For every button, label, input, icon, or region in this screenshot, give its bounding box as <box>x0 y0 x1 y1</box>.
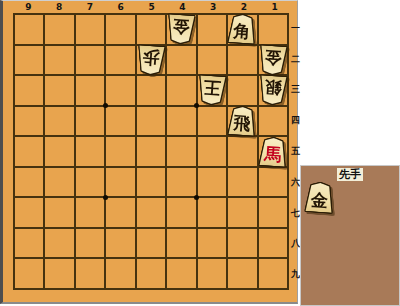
piece-face: 飛 <box>228 106 256 136</box>
piece-glyph: 角 <box>233 23 251 41</box>
rank-label: 七 <box>291 198 300 229</box>
board-cell[interactable] <box>15 137 43 166</box>
board-cell[interactable] <box>228 46 256 75</box>
piece-face: 金 <box>259 45 287 75</box>
board-cell[interactable] <box>15 229 43 258</box>
piece-glyph: 金 <box>173 18 191 36</box>
board-cell[interactable] <box>76 137 104 166</box>
piece-glyph: 金 <box>310 191 328 209</box>
piece-glyph: 歩 <box>142 48 160 66</box>
shogi-piece-角[interactable]: 角 <box>229 15 255 43</box>
board-cell[interactable] <box>228 229 256 258</box>
board-cell[interactable] <box>76 76 104 105</box>
board-cell[interactable] <box>45 76 73 105</box>
board-cell[interactable] <box>106 76 134 105</box>
board-cell[interactable] <box>15 15 43 44</box>
board-cell[interactable] <box>76 229 104 258</box>
board-cell[interactable] <box>228 76 256 105</box>
file-label: 9 <box>13 1 44 13</box>
piece-face: 角 <box>228 14 256 44</box>
shogi-piece-飛[interactable]: 飛 <box>229 107 255 135</box>
board-cell[interactable] <box>167 259 195 288</box>
board-cell[interactable] <box>198 168 226 197</box>
board-cell[interactable] <box>259 107 287 136</box>
board-cell[interactable] <box>259 15 287 44</box>
hand-piece-金[interactable]: 金 <box>306 183 333 212</box>
piece-face: 銀 <box>259 76 287 106</box>
board-cell[interactable] <box>137 76 165 105</box>
file-label: 4 <box>167 1 198 13</box>
board-cell[interactable] <box>137 198 165 227</box>
piece-glyph: 金 <box>264 48 282 66</box>
file-label: 6 <box>105 1 136 13</box>
star-point-icon <box>194 195 199 200</box>
board-cell[interactable] <box>167 168 195 197</box>
board-cell[interactable] <box>137 229 165 258</box>
rank-label: 三 <box>291 75 300 106</box>
board-cell[interactable] <box>198 107 226 136</box>
file-label: 2 <box>228 1 259 13</box>
piece-glyph: 飛 <box>233 114 251 132</box>
board-cell[interactable] <box>259 198 287 227</box>
shogi-board: 987654321 一二三四五六七八九 金角歩金王銀飛馬 <box>0 0 298 304</box>
board-cell[interactable] <box>15 76 43 105</box>
file-label: 7 <box>75 1 106 13</box>
board-cell[interactable] <box>76 107 104 136</box>
board-cell[interactable] <box>76 198 104 227</box>
shogi-piece-歩[interactable]: 歩 <box>138 46 164 74</box>
board-cell[interactable] <box>228 259 256 288</box>
board-cell[interactable] <box>106 46 134 75</box>
board-cell[interactable] <box>259 168 287 197</box>
board-cell[interactable] <box>228 168 256 197</box>
board-cell[interactable] <box>198 229 226 258</box>
board-cell[interactable] <box>167 107 195 136</box>
rank-label: 一 <box>291 13 300 44</box>
board-cell[interactable] <box>45 15 73 44</box>
piece-face: 歩 <box>137 45 165 75</box>
board-cell[interactable] <box>106 15 134 44</box>
board-cell[interactable] <box>106 107 134 136</box>
board-cell[interactable] <box>106 137 134 166</box>
board-cell[interactable] <box>76 46 104 75</box>
shogi-piece-金[interactable]: 金 <box>260 46 286 74</box>
board-cell[interactable] <box>259 259 287 288</box>
piece-glyph: 馬 <box>264 145 282 163</box>
board-cell[interactable] <box>45 259 73 288</box>
rank-label: 二 <box>291 44 300 75</box>
shogi-piece-王[interactable]: 王 <box>199 76 225 104</box>
file-label: 1 <box>259 1 290 13</box>
rank-label: 九 <box>291 259 300 290</box>
piece-glyph: 王 <box>203 79 221 97</box>
board-cell[interactable] <box>137 15 165 44</box>
board-cell[interactable] <box>15 259 43 288</box>
board-cell[interactable] <box>228 198 256 227</box>
board-cell[interactable] <box>137 137 165 166</box>
sente-hand-panel: 先手 金 <box>300 165 400 306</box>
board-cell[interactable] <box>76 168 104 197</box>
board-cell[interactable] <box>198 259 226 288</box>
board-cell[interactable] <box>15 168 43 197</box>
board-cell[interactable] <box>15 107 43 136</box>
board-cell[interactable] <box>106 259 134 288</box>
board-cell[interactable] <box>106 229 134 258</box>
board-cell[interactable] <box>45 107 73 136</box>
board-cell[interactable] <box>15 46 43 75</box>
board-cell[interactable] <box>198 137 226 166</box>
board-cell[interactable] <box>198 198 226 227</box>
sente-hand-title: 先手 <box>337 168 363 181</box>
shogi-piece-銀[interactable]: 銀 <box>260 76 286 104</box>
board-cell[interactable] <box>45 137 73 166</box>
shogi-piece-馬[interactable]: 馬 <box>260 138 286 166</box>
board-cell[interactable] <box>137 168 165 197</box>
rank-label: 五 <box>291 136 300 167</box>
rank-label: 六 <box>291 167 300 198</box>
piece-face: 王 <box>198 76 226 106</box>
rank-label: 八 <box>291 228 300 259</box>
board-cell[interactable] <box>45 46 73 75</box>
board-cell[interactable] <box>228 137 256 166</box>
file-label: 5 <box>136 1 167 13</box>
board-cell[interactable] <box>45 168 73 197</box>
board-cell[interactable] <box>198 15 226 44</box>
file-label: 8 <box>44 1 75 13</box>
rank-labels: 一二三四五六七八九 <box>291 13 300 290</box>
piece-face: 金 <box>305 182 334 213</box>
board-cell[interactable] <box>76 259 104 288</box>
board-cell[interactable] <box>198 46 226 75</box>
rank-label: 四 <box>291 105 300 136</box>
piece-face: 金 <box>167 14 195 44</box>
board-cell[interactable] <box>137 107 165 136</box>
board-cell[interactable] <box>137 259 165 288</box>
board-cell[interactable] <box>15 198 43 227</box>
board-cell[interactable] <box>106 168 134 197</box>
board-cell[interactable] <box>167 76 195 105</box>
piece-face: 馬 <box>259 137 287 167</box>
board-cell[interactable] <box>167 198 195 227</box>
board-cell[interactable] <box>167 137 195 166</box>
board-cell[interactable] <box>45 229 73 258</box>
star-point-icon <box>103 195 108 200</box>
board-cell[interactable] <box>106 198 134 227</box>
file-labels: 987654321 <box>13 1 290 13</box>
piece-glyph: 銀 <box>264 79 282 97</box>
board-cell[interactable] <box>45 198 73 227</box>
board-cell[interactable] <box>167 46 195 75</box>
board-cell[interactable] <box>167 229 195 258</box>
board-cell[interactable] <box>259 229 287 258</box>
file-label: 3 <box>198 1 229 13</box>
shogi-piece-金[interactable]: 金 <box>168 15 194 43</box>
board-cell[interactable] <box>76 15 104 44</box>
